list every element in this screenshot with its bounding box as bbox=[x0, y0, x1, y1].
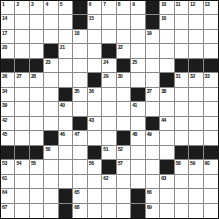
white-cell[interactable] bbox=[204, 30, 218, 44]
clue-number: 69 bbox=[147, 204, 152, 210]
white-cell[interactable] bbox=[102, 189, 116, 203]
white-cell[interactable] bbox=[102, 131, 116, 145]
white-cell[interactable]: 68 bbox=[73, 204, 87, 218]
clue-number: 39 bbox=[2, 102, 7, 108]
white-cell[interactable] bbox=[30, 102, 44, 116]
clue-number: 51 bbox=[103, 146, 108, 152]
white-cell[interactable] bbox=[15, 204, 29, 218]
white-cell[interactable] bbox=[44, 88, 58, 102]
black-cell bbox=[1, 59, 15, 73]
white-cell[interactable] bbox=[175, 175, 189, 189]
black-cell bbox=[88, 73, 102, 87]
white-cell[interactable]: 14 bbox=[1, 15, 15, 29]
clue-number: 6 bbox=[89, 1, 91, 7]
clue-number: 3 bbox=[31, 1, 33, 7]
white-cell[interactable] bbox=[131, 160, 145, 174]
white-cell[interactable] bbox=[117, 88, 131, 102]
clue-number: 8 bbox=[118, 1, 120, 7]
black-cell bbox=[30, 59, 44, 73]
white-cell[interactable] bbox=[30, 30, 44, 44]
white-cell[interactable] bbox=[44, 175, 58, 189]
white-cell[interactable] bbox=[146, 59, 160, 73]
white-cell[interactable] bbox=[204, 15, 218, 29]
clue-number: 17 bbox=[2, 30, 7, 36]
black-cell bbox=[175, 59, 189, 73]
white-cell[interactable]: 8 bbox=[117, 1, 131, 15]
clue-number: 60 bbox=[205, 160, 210, 166]
white-cell[interactable] bbox=[102, 204, 116, 218]
white-cell[interactable]: 24 bbox=[102, 59, 116, 73]
white-cell[interactable] bbox=[117, 102, 131, 116]
white-cell[interactable] bbox=[88, 30, 102, 44]
black-cell bbox=[189, 59, 203, 73]
white-cell[interactable] bbox=[131, 30, 145, 44]
white-cell[interactable] bbox=[59, 175, 73, 189]
clue-number: 68 bbox=[74, 204, 79, 210]
clue-number: 30 bbox=[118, 73, 123, 79]
white-cell[interactable]: 23 bbox=[44, 59, 58, 73]
white-cell[interactable] bbox=[44, 102, 58, 116]
black-cell bbox=[73, 1, 87, 15]
clue-number: 29 bbox=[103, 73, 108, 79]
white-cell[interactable] bbox=[189, 131, 203, 145]
white-cell[interactable]: 67 bbox=[1, 204, 15, 218]
clue-number: 37 bbox=[147, 88, 152, 94]
white-cell[interactable]: 26 bbox=[1, 73, 15, 87]
white-cell[interactable]: 35 bbox=[73, 88, 87, 102]
black-cell bbox=[204, 146, 218, 160]
clue-number: 64 bbox=[2, 189, 7, 195]
white-cell[interactable]: 20 bbox=[1, 44, 15, 58]
white-cell[interactable] bbox=[15, 102, 29, 116]
clue-number: 15 bbox=[89, 15, 94, 21]
white-cell[interactable] bbox=[189, 44, 203, 58]
white-cell[interactable] bbox=[30, 88, 44, 102]
white-cell[interactable]: 60 bbox=[204, 160, 218, 174]
white-cell[interactable] bbox=[88, 204, 102, 218]
white-cell[interactable] bbox=[30, 131, 44, 145]
white-cell[interactable] bbox=[73, 175, 87, 189]
white-cell[interactable]: 28 bbox=[30, 73, 44, 87]
clue-number: 55 bbox=[31, 160, 36, 166]
white-cell[interactable] bbox=[102, 117, 116, 131]
white-cell[interactable] bbox=[117, 117, 131, 131]
white-cell[interactable] bbox=[204, 204, 218, 218]
white-cell[interactable] bbox=[146, 73, 160, 87]
white-cell[interactable]: 64 bbox=[1, 189, 15, 203]
white-cell[interactable] bbox=[175, 204, 189, 218]
white-cell[interactable] bbox=[131, 146, 145, 160]
white-cell[interactable]: 34 bbox=[1, 88, 15, 102]
white-cell[interactable]: 43 bbox=[88, 117, 102, 131]
white-cell[interactable]: 45 bbox=[1, 131, 15, 145]
black-cell bbox=[59, 88, 73, 102]
white-cell[interactable]: 27 bbox=[15, 73, 29, 87]
white-cell[interactable]: 42 bbox=[1, 117, 15, 131]
white-cell[interactable] bbox=[175, 15, 189, 29]
white-cell[interactable] bbox=[189, 175, 203, 189]
white-cell[interactable] bbox=[160, 204, 174, 218]
white-cell[interactable] bbox=[189, 189, 203, 203]
white-cell[interactable] bbox=[88, 59, 102, 73]
white-cell[interactable] bbox=[15, 131, 29, 145]
white-cell[interactable]: 54 bbox=[15, 160, 29, 174]
white-cell[interactable] bbox=[160, 102, 174, 116]
white-cell[interactable] bbox=[30, 175, 44, 189]
white-cell[interactable] bbox=[88, 131, 102, 145]
white-cell[interactable]: 30 bbox=[117, 73, 131, 87]
white-cell[interactable] bbox=[160, 146, 174, 160]
white-cell[interactable]: 52 bbox=[117, 146, 131, 160]
black-cell bbox=[160, 160, 174, 174]
clue-number: 16 bbox=[161, 15, 166, 21]
white-cell[interactable] bbox=[160, 44, 174, 58]
clue-number: 67 bbox=[2, 204, 7, 210]
white-cell[interactable] bbox=[204, 131, 218, 145]
white-cell[interactable] bbox=[204, 175, 218, 189]
white-cell[interactable]: 15 bbox=[88, 15, 102, 29]
white-cell[interactable]: 19 bbox=[146, 30, 160, 44]
white-cell[interactable]: 66 bbox=[146, 189, 160, 203]
white-cell[interactable] bbox=[44, 30, 58, 44]
white-cell[interactable]: 25 bbox=[131, 59, 145, 73]
white-cell[interactable] bbox=[131, 175, 145, 189]
black-cell bbox=[30, 146, 44, 160]
crossword-board: 1234567891011121314151617181920212223242… bbox=[0, 0, 219, 219]
white-cell[interactable]: 37 bbox=[146, 88, 160, 102]
black-cell bbox=[146, 15, 160, 29]
white-cell[interactable] bbox=[131, 15, 145, 29]
white-cell[interactable] bbox=[146, 175, 160, 189]
white-cell[interactable]: 29 bbox=[102, 73, 116, 87]
clue-number: 33 bbox=[205, 73, 210, 79]
white-cell[interactable] bbox=[73, 44, 87, 58]
clue-number: 13 bbox=[205, 1, 210, 7]
clue-number: 4 bbox=[45, 1, 47, 7]
white-cell[interactable]: 10 bbox=[160, 1, 174, 15]
white-cell[interactable] bbox=[204, 44, 218, 58]
clue-number: 22 bbox=[118, 44, 123, 50]
clue-number: 41 bbox=[132, 102, 137, 108]
clue-number: 54 bbox=[16, 160, 21, 166]
white-cell[interactable]: 57 bbox=[117, 160, 131, 174]
clue-number: 21 bbox=[60, 44, 65, 50]
white-cell[interactable] bbox=[160, 131, 174, 145]
white-cell[interactable] bbox=[59, 160, 73, 174]
white-cell[interactable] bbox=[117, 15, 131, 29]
clue-number: 24 bbox=[103, 59, 108, 65]
white-cell[interactable]: 33 bbox=[204, 73, 218, 87]
white-cell[interactable]: 38 bbox=[160, 88, 174, 102]
white-cell[interactable] bbox=[15, 88, 29, 102]
white-cell[interactable]: 18 bbox=[73, 30, 87, 44]
white-cell[interactable]: 9 bbox=[131, 1, 145, 15]
white-cell[interactable]: 46 bbox=[59, 131, 73, 145]
white-cell[interactable]: 65 bbox=[73, 189, 87, 203]
white-cell[interactable]: 17 bbox=[1, 30, 15, 44]
black-cell bbox=[175, 146, 189, 160]
clue-number: 34 bbox=[2, 88, 7, 94]
clue-number: 48 bbox=[132, 131, 137, 137]
black-cell bbox=[15, 59, 29, 73]
white-cell[interactable]: 2 bbox=[15, 1, 29, 15]
white-cell[interactable] bbox=[73, 146, 87, 160]
white-cell[interactable]: 7 bbox=[102, 1, 116, 15]
clue-number: 10 bbox=[161, 1, 166, 7]
clue-number: 44 bbox=[161, 117, 166, 123]
white-cell[interactable]: 3 bbox=[30, 1, 44, 15]
black-cell bbox=[160, 73, 174, 87]
black-cell bbox=[204, 59, 218, 73]
white-cell[interactable]: 47 bbox=[73, 131, 87, 145]
white-cell[interactable] bbox=[73, 160, 87, 174]
white-cell[interactable] bbox=[102, 102, 116, 116]
clue-number: 50 bbox=[45, 146, 50, 152]
white-cell[interactable] bbox=[88, 189, 102, 203]
white-cell[interactable] bbox=[15, 117, 29, 131]
clue-number: 53 bbox=[2, 160, 7, 166]
black-cell bbox=[131, 189, 145, 203]
white-cell[interactable]: 16 bbox=[160, 15, 174, 29]
white-cell[interactable]: 63 bbox=[160, 175, 174, 189]
white-cell[interactable] bbox=[204, 102, 218, 116]
black-cell bbox=[88, 146, 102, 160]
white-cell[interactable] bbox=[44, 117, 58, 131]
white-cell[interactable] bbox=[30, 15, 44, 29]
black-cell bbox=[1, 146, 15, 160]
clue-number: 20 bbox=[2, 44, 7, 50]
white-cell[interactable]: 31 bbox=[175, 73, 189, 87]
white-cell[interactable] bbox=[146, 160, 160, 174]
clue-number: 42 bbox=[2, 117, 7, 123]
white-cell[interactable]: 55 bbox=[30, 160, 44, 174]
white-cell[interactable]: 58 bbox=[175, 160, 189, 174]
black-cell bbox=[131, 204, 145, 218]
white-cell[interactable] bbox=[102, 15, 116, 29]
clue-number: 57 bbox=[118, 160, 123, 166]
clue-number: 27 bbox=[16, 73, 21, 79]
clue-number: 1 bbox=[2, 1, 4, 7]
clue-number: 35 bbox=[74, 88, 79, 94]
white-cell[interactable] bbox=[15, 30, 29, 44]
white-cell[interactable] bbox=[189, 15, 203, 29]
white-cell[interactable] bbox=[30, 189, 44, 203]
white-cell[interactable]: 50 bbox=[44, 146, 58, 160]
clue-number: 31 bbox=[176, 73, 181, 79]
white-cell[interactable]: 41 bbox=[131, 102, 145, 116]
white-cell[interactable] bbox=[160, 59, 174, 73]
white-cell[interactable]: 22 bbox=[117, 44, 131, 58]
white-cell[interactable]: 11 bbox=[175, 1, 189, 15]
white-cell[interactable] bbox=[15, 15, 29, 29]
white-cell[interactable] bbox=[102, 30, 116, 44]
black-cell bbox=[131, 88, 145, 102]
white-cell[interactable]: 62 bbox=[102, 175, 116, 189]
clue-number: 11 bbox=[176, 1, 181, 7]
white-cell[interactable]: 5 bbox=[59, 1, 73, 15]
white-cell[interactable] bbox=[59, 15, 73, 29]
clue-number: 56 bbox=[89, 160, 94, 166]
white-cell[interactable] bbox=[59, 73, 73, 87]
clue-number: 2 bbox=[16, 1, 18, 7]
clue-number: 32 bbox=[190, 73, 195, 79]
white-cell[interactable] bbox=[204, 189, 218, 203]
clue-number: 19 bbox=[147, 30, 152, 36]
white-cell[interactable] bbox=[175, 131, 189, 145]
white-cell[interactable] bbox=[30, 44, 44, 58]
black-cell bbox=[189, 146, 203, 160]
clue-number: 36 bbox=[89, 88, 94, 94]
white-cell[interactable] bbox=[59, 146, 73, 160]
white-cell[interactable] bbox=[117, 30, 131, 44]
black-cell bbox=[73, 15, 87, 29]
white-cell[interactable]: 56 bbox=[88, 160, 102, 174]
clue-number: 49 bbox=[147, 131, 152, 137]
white-cell[interactable] bbox=[44, 204, 58, 218]
white-cell[interactable]: 13 bbox=[204, 1, 218, 15]
clue-number: 5 bbox=[60, 1, 62, 7]
white-cell[interactable] bbox=[117, 175, 131, 189]
white-cell[interactable] bbox=[189, 30, 203, 44]
white-cell[interactable]: 21 bbox=[59, 44, 73, 58]
white-cell[interactable] bbox=[189, 204, 203, 218]
white-cell[interactable] bbox=[189, 102, 203, 116]
white-cell[interactable] bbox=[15, 44, 29, 58]
clue-number: 26 bbox=[2, 73, 7, 79]
white-cell[interactable] bbox=[59, 59, 73, 73]
white-cell[interactable] bbox=[189, 88, 203, 102]
white-cell[interactable]: 36 bbox=[88, 88, 102, 102]
clue-number: 18 bbox=[74, 30, 79, 36]
clue-number: 38 bbox=[161, 88, 166, 94]
clue-number: 23 bbox=[45, 59, 50, 65]
white-cell[interactable] bbox=[204, 88, 218, 102]
clue-number: 65 bbox=[74, 189, 79, 195]
clue-number: 25 bbox=[132, 59, 137, 65]
white-cell[interactable] bbox=[44, 73, 58, 87]
white-cell[interactable] bbox=[30, 204, 44, 218]
white-cell[interactable] bbox=[73, 59, 87, 73]
white-cell[interactable] bbox=[117, 189, 131, 203]
white-cell[interactable]: 1 bbox=[1, 1, 15, 15]
clue-number: 63 bbox=[161, 175, 166, 181]
white-cell[interactable]: 53 bbox=[1, 160, 15, 174]
white-cell[interactable] bbox=[160, 30, 174, 44]
black-cell bbox=[44, 131, 58, 145]
white-cell[interactable]: 39 bbox=[1, 102, 15, 116]
black-cell bbox=[102, 160, 116, 174]
white-cell[interactable] bbox=[102, 88, 116, 102]
clue-number: 7 bbox=[103, 1, 105, 7]
black-cell bbox=[102, 44, 116, 58]
white-cell[interactable] bbox=[175, 102, 189, 116]
white-cell[interactable]: 48 bbox=[131, 131, 145, 145]
white-cell[interactable] bbox=[204, 117, 218, 131]
white-cell[interactable]: 6 bbox=[88, 1, 102, 15]
black-cell bbox=[146, 117, 160, 131]
clue-number: 47 bbox=[74, 131, 79, 137]
clue-number: 59 bbox=[190, 160, 195, 166]
black-cell bbox=[15, 146, 29, 160]
white-cell[interactable] bbox=[175, 44, 189, 58]
clue-number: 43 bbox=[89, 117, 94, 123]
white-cell[interactable] bbox=[175, 117, 189, 131]
white-cell[interactable] bbox=[88, 102, 102, 116]
clue-number: 61 bbox=[2, 175, 7, 181]
white-cell[interactable] bbox=[146, 102, 160, 116]
white-cell[interactable]: 61 bbox=[1, 175, 15, 189]
white-cell[interactable]: 51 bbox=[102, 146, 116, 160]
white-cell[interactable] bbox=[131, 117, 145, 131]
clue-number: 12 bbox=[190, 1, 195, 7]
clue-number: 45 bbox=[2, 131, 7, 137]
clue-number: 66 bbox=[147, 189, 152, 195]
white-cell[interactable] bbox=[59, 117, 73, 131]
white-cell[interactable] bbox=[175, 189, 189, 203]
white-cell[interactable] bbox=[73, 102, 87, 116]
clue-number: 14 bbox=[2, 15, 7, 21]
white-cell[interactable]: 4 bbox=[44, 1, 58, 15]
white-cell[interactable] bbox=[44, 15, 58, 29]
white-cell[interactable] bbox=[88, 175, 102, 189]
white-cell[interactable]: 40 bbox=[59, 102, 73, 116]
white-cell[interactable]: 44 bbox=[160, 117, 174, 131]
white-cell[interactable] bbox=[175, 30, 189, 44]
clue-number: 9 bbox=[132, 1, 134, 7]
black-cell bbox=[117, 131, 131, 145]
white-cell[interactable] bbox=[44, 189, 58, 203]
white-cell[interactable] bbox=[160, 189, 174, 203]
white-cell[interactable]: 12 bbox=[189, 1, 203, 15]
white-cell[interactable] bbox=[15, 175, 29, 189]
white-cell[interactable] bbox=[73, 73, 87, 87]
black-cell bbox=[117, 59, 131, 73]
white-cell[interactable] bbox=[30, 117, 44, 131]
white-cell[interactable] bbox=[146, 146, 160, 160]
black-cell bbox=[59, 189, 73, 203]
white-cell[interactable] bbox=[189, 117, 203, 131]
black-cell bbox=[73, 117, 87, 131]
white-cell[interactable] bbox=[15, 189, 29, 203]
white-cell[interactable]: 69 bbox=[146, 204, 160, 218]
black-cell bbox=[59, 204, 73, 218]
white-cell[interactable] bbox=[59, 30, 73, 44]
clue-number: 52 bbox=[118, 146, 123, 152]
black-cell bbox=[146, 1, 160, 15]
clue-number: 28 bbox=[31, 73, 36, 79]
clue-number: 40 bbox=[60, 102, 65, 108]
white-cell[interactable] bbox=[131, 44, 145, 58]
clue-number: 58 bbox=[176, 160, 181, 166]
white-cell[interactable] bbox=[117, 204, 131, 218]
white-cell[interactable]: 59 bbox=[189, 160, 203, 174]
black-cell bbox=[44, 44, 58, 58]
white-cell[interactable] bbox=[44, 160, 58, 174]
clue-number: 46 bbox=[60, 131, 65, 137]
clue-number: 62 bbox=[103, 175, 108, 181]
white-cell[interactable] bbox=[146, 44, 160, 58]
white-cell[interactable]: 49 bbox=[146, 131, 160, 145]
white-cell[interactable] bbox=[131, 73, 145, 87]
white-cell[interactable] bbox=[175, 88, 189, 102]
white-cell[interactable]: 32 bbox=[189, 73, 203, 87]
white-cell[interactable] bbox=[88, 44, 102, 58]
